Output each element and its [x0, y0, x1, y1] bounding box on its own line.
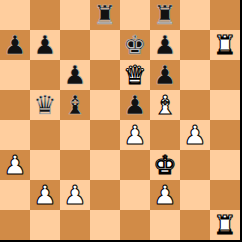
square-a8[interactable] [0, 0, 30, 30]
piece-white-king[interactable]: ♚ [153, 150, 176, 180]
square-f2[interactable]: ♟ [150, 180, 180, 210]
piece-black-king[interactable]: ♚ [123, 30, 146, 60]
square-d7[interactable] [90, 30, 120, 60]
piece-black-pawn[interactable]: ♟ [123, 90, 146, 120]
piece-black-queen[interactable]: ♛ [33, 90, 56, 120]
chess-board: ♜♜♟♟♚♟♜♟♛♟♛♝♟♝♟♟♟♚♟♟♟♜ [0, 0, 242, 242]
square-e3[interactable] [120, 150, 150, 180]
square-d5[interactable] [90, 90, 120, 120]
square-c1[interactable] [60, 210, 90, 240]
square-a6[interactable] [0, 60, 30, 90]
square-g6[interactable] [180, 60, 210, 90]
piece-black-pawn[interactable]: ♟ [33, 30, 56, 60]
piece-white-bishop[interactable]: ♝ [153, 90, 176, 120]
square-a4[interactable] [0, 120, 30, 150]
square-b3[interactable] [30, 150, 60, 180]
square-a5[interactable] [0, 90, 30, 120]
square-b5[interactable]: ♛ [30, 90, 60, 120]
square-c3[interactable] [60, 150, 90, 180]
square-g8[interactable] [180, 0, 210, 30]
square-e4[interactable]: ♟ [120, 120, 150, 150]
piece-black-pawn[interactable]: ♟ [3, 30, 26, 60]
square-g2[interactable] [180, 180, 210, 210]
square-c5[interactable]: ♝ [60, 90, 90, 120]
square-b7[interactable]: ♟ [30, 30, 60, 60]
square-h8[interactable] [210, 0, 240, 30]
square-f5[interactable]: ♝ [150, 90, 180, 120]
square-f3[interactable]: ♚ [150, 150, 180, 180]
square-e6[interactable]: ♛ [120, 60, 150, 90]
square-a3[interactable]: ♟ [0, 150, 30, 180]
square-g3[interactable] [180, 150, 210, 180]
square-e7[interactable]: ♚ [120, 30, 150, 60]
square-b4[interactable] [30, 120, 60, 150]
square-f4[interactable] [150, 120, 180, 150]
square-h5[interactable] [210, 90, 240, 120]
square-h6[interactable] [210, 60, 240, 90]
square-e1[interactable] [120, 210, 150, 240]
square-c6[interactable]: ♟ [60, 60, 90, 90]
piece-black-rook[interactable]: ♜ [93, 0, 116, 30]
piece-white-pawn[interactable]: ♟ [63, 180, 86, 210]
square-f8[interactable]: ♜ [150, 0, 180, 30]
square-d4[interactable] [90, 120, 120, 150]
square-a7[interactable]: ♟ [0, 30, 30, 60]
square-c7[interactable] [60, 30, 90, 60]
piece-white-pawn[interactable]: ♟ [123, 120, 146, 150]
square-d6[interactable] [90, 60, 120, 90]
square-g7[interactable] [180, 30, 210, 60]
square-h3[interactable] [210, 150, 240, 180]
piece-white-pawn[interactable]: ♟ [33, 180, 56, 210]
square-h4[interactable] [210, 120, 240, 150]
piece-white-pawn[interactable]: ♟ [153, 180, 176, 210]
square-g5[interactable] [180, 90, 210, 120]
piece-white-rook[interactable]: ♜ [213, 210, 236, 240]
square-d3[interactable] [90, 150, 120, 180]
square-d1[interactable] [90, 210, 120, 240]
piece-white-pawn[interactable]: ♟ [3, 150, 26, 180]
square-h2[interactable] [210, 180, 240, 210]
square-b8[interactable] [30, 0, 60, 30]
square-e8[interactable] [120, 0, 150, 30]
square-h1[interactable]: ♜ [210, 210, 240, 240]
square-d8[interactable]: ♜ [90, 0, 120, 30]
piece-black-pawn[interactable]: ♟ [153, 30, 176, 60]
square-c2[interactable]: ♟ [60, 180, 90, 210]
square-f6[interactable]: ♟ [150, 60, 180, 90]
piece-black-rook[interactable]: ♜ [153, 0, 176, 30]
square-b1[interactable] [30, 210, 60, 240]
piece-white-pawn[interactable]: ♟ [183, 120, 206, 150]
square-e5[interactable]: ♟ [120, 90, 150, 120]
square-g4[interactable]: ♟ [180, 120, 210, 150]
piece-white-queen[interactable]: ♛ [123, 60, 146, 90]
square-g1[interactable] [180, 210, 210, 240]
square-h7[interactable]: ♜ [210, 30, 240, 60]
square-c8[interactable] [60, 0, 90, 30]
square-c4[interactable] [60, 120, 90, 150]
piece-white-rook[interactable]: ♜ [213, 30, 236, 60]
square-f7[interactable]: ♟ [150, 30, 180, 60]
square-b6[interactable] [30, 60, 60, 90]
square-a2[interactable] [0, 180, 30, 210]
square-f1[interactable] [150, 210, 180, 240]
square-d2[interactable] [90, 180, 120, 210]
piece-black-pawn[interactable]: ♟ [153, 60, 176, 90]
square-e2[interactable] [120, 180, 150, 210]
square-b2[interactable]: ♟ [30, 180, 60, 210]
square-a1[interactable] [0, 210, 30, 240]
piece-black-bishop[interactable]: ♝ [63, 90, 86, 120]
piece-black-pawn[interactable]: ♟ [63, 60, 86, 90]
